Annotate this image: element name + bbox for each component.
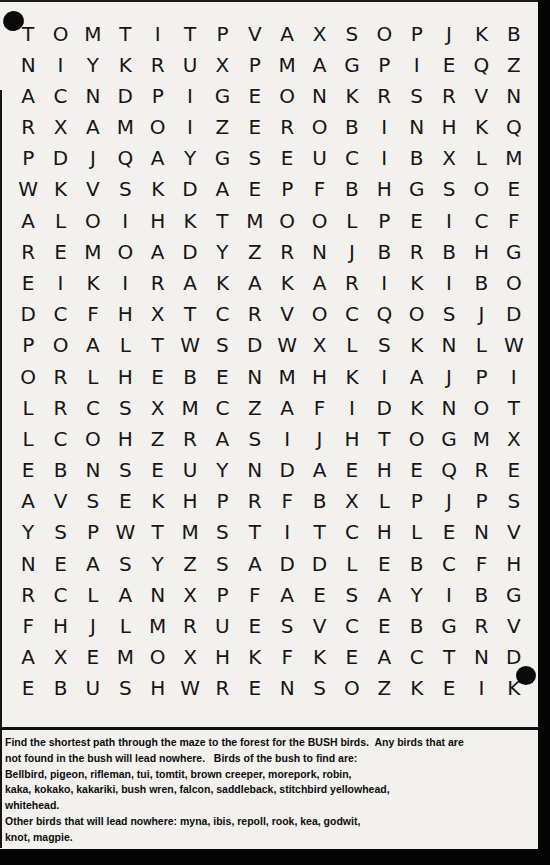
grid-cell-r9c2[interactable]: I <box>44 267 76 298</box>
grid-cell-r5c13[interactable]: B <box>401 143 433 174</box>
grid-cell-r8c2[interactable]: E <box>44 236 76 267</box>
grid-cell-r3c15[interactable]: V <box>465 80 497 111</box>
grid-cell-r14c12[interactable]: T <box>368 423 400 454</box>
grid-cell-r9c3[interactable]: K <box>77 267 109 298</box>
grid-cell-r17c7[interactable]: S <box>206 517 238 548</box>
grid-cell-r11c15[interactable]: L <box>465 330 497 361</box>
grid-cell-r3c7[interactable]: G <box>206 80 238 111</box>
grid-cell-r9c10[interactable]: A <box>303 267 335 298</box>
grid-cell-r12c8[interactable]: N <box>239 361 271 392</box>
grid-cell-r14c11[interactable]: H <box>336 423 368 454</box>
grid-cell-r4c4[interactable]: M <box>109 112 141 143</box>
grid-cell-r17c4[interactable]: W <box>109 517 141 548</box>
grid-cell-r15c5[interactable]: E <box>142 455 174 486</box>
grid-cell-r17c1[interactable]: Y <box>12 517 44 548</box>
grid-cell-r16c14[interactable]: J <box>433 486 465 517</box>
grid-cell-r2c1[interactable]: N <box>12 49 44 80</box>
grid-cell-r3c10[interactable]: N <box>303 80 335 111</box>
grid-cell-r16c10[interactable]: B <box>303 486 335 517</box>
grid-cell-r5c15[interactable]: L <box>465 143 497 174</box>
grid-cell-r17c12[interactable]: H <box>368 517 400 548</box>
grid-cell-r7c11[interactable]: L <box>336 205 368 236</box>
grid-cell-r19c15[interactable]: B <box>465 579 497 610</box>
grid-cell-r12c15[interactable]: P <box>465 361 497 392</box>
grid-cell-r6c4[interactable]: S <box>109 174 141 205</box>
grid-cell-r11c5[interactable]: T <box>142 330 174 361</box>
grid-cell-r11c1[interactable]: P <box>12 330 44 361</box>
grid-cell-r19c13[interactable]: Y <box>401 579 433 610</box>
grid-cell-r2c16[interactable]: Z <box>498 49 530 80</box>
grid-cell-r9c12[interactable]: I <box>368 267 400 298</box>
grid-cell-r18c15[interactable]: F <box>465 548 497 579</box>
grid-cell-r8c1[interactable]: R <box>12 236 44 267</box>
grid-cell-r15c8[interactable]: N <box>239 455 271 486</box>
grid-cell-r9c1[interactable]: E <box>12 267 44 298</box>
grid-cell-r2c11[interactable]: G <box>336 49 368 80</box>
grid-cell-r9c11[interactable]: R <box>336 267 368 298</box>
grid-cell-r2c12[interactable]: P <box>368 49 400 80</box>
grid-cell-r20c9[interactable]: S <box>271 610 303 641</box>
grid-cell-r16c11[interactable]: X <box>336 486 368 517</box>
grid-cell-r12c16[interactable]: I <box>498 361 530 392</box>
grid-cell-r1c4[interactable]: T <box>109 18 141 49</box>
grid-cell-r19c4[interactable]: A <box>109 579 141 610</box>
grid-cell-r1c15[interactable]: K <box>465 18 497 49</box>
grid-cell-r11c2[interactable]: O <box>44 330 76 361</box>
grid-cell-r10c14[interactable]: S <box>433 299 465 330</box>
grid-cell-r14c7[interactable]: A <box>206 423 238 454</box>
grid-cell-r13c8[interactable]: Z <box>239 392 271 423</box>
grid-cell-r9c15[interactable]: B <box>465 267 497 298</box>
grid-cell-r8c6[interactable]: D <box>174 236 206 267</box>
grid-cell-r14c15[interactable]: M <box>465 423 497 454</box>
grid-cell-r16c16[interactable]: S <box>498 486 530 517</box>
grid-cell-r12c14[interactable]: J <box>433 361 465 392</box>
grid-cell-r7c1[interactable]: A <box>12 205 44 236</box>
grid-cell-r20c10[interactable]: V <box>303 610 335 641</box>
grid-cell-r9c5[interactable]: R <box>142 267 174 298</box>
grid-cell-r22c13[interactable]: K <box>401 673 433 704</box>
grid-cell-r13c11[interactable]: I <box>336 392 368 423</box>
grid-cell-r21c4[interactable]: M <box>109 642 141 673</box>
grid-cell-r19c10[interactable]: E <box>303 579 335 610</box>
grid-cell-r11c10[interactable]: X <box>303 330 335 361</box>
grid-cell-r18c5[interactable]: Y <box>142 548 174 579</box>
grid-cell-r10c11[interactable]: C <box>336 299 368 330</box>
grid-cell-r10c7[interactable]: C <box>206 299 238 330</box>
grid-cell-r20c15[interactable]: R <box>465 610 497 641</box>
grid-cell-r18c8[interactable]: A <box>239 548 271 579</box>
grid-cell-r22c4[interactable]: S <box>109 673 141 704</box>
grid-cell-r17c5[interactable]: T <box>142 517 174 548</box>
grid-cell-r5c10[interactable]: U <box>303 143 335 174</box>
grid-cell-r9c13[interactable]: K <box>401 267 433 298</box>
grid-cell-r18c10[interactable]: D <box>303 548 335 579</box>
grid-cell-r18c3[interactable]: A <box>77 548 109 579</box>
grid-cell-r19c6[interactable]: X <box>174 579 206 610</box>
grid-cell-r4c5[interactable]: O <box>142 112 174 143</box>
grid-cell-r19c7[interactable]: P <box>206 579 238 610</box>
grid-cell-r3c4[interactable]: D <box>109 80 141 111</box>
grid-cell-r22c1[interactable]: E <box>12 673 44 704</box>
grid-cell-r12c12[interactable]: I <box>368 361 400 392</box>
grid-cell-r6c13[interactable]: G <box>401 174 433 205</box>
grid-cell-r9c16[interactable]: O <box>498 267 530 298</box>
grid-cell-r13c12[interactable]: D <box>368 392 400 423</box>
grid-cell-r15c1[interactable]: E <box>12 455 44 486</box>
grid-cell-r20c7[interactable]: U <box>206 610 238 641</box>
grid-cell-r15c2[interactable]: B <box>44 455 76 486</box>
grid-cell-r2c13[interactable]: I <box>401 49 433 80</box>
grid-cell-r21c16[interactable]: D <box>498 642 530 673</box>
grid-cell-r22c16[interactable]: K <box>498 673 530 704</box>
grid-cell-r6c3[interactable]: V <box>77 174 109 205</box>
grid-cell-r14c3[interactable]: O <box>77 423 109 454</box>
grid-cell-r8c10[interactable]: N <box>303 236 335 267</box>
grid-cell-r20c1[interactable]: F <box>12 610 44 641</box>
grid-cell-r22c9[interactable]: N <box>271 673 303 704</box>
grid-cell-r18c9[interactable]: D <box>271 548 303 579</box>
grid-cell-r3c9[interactable]: O <box>271 80 303 111</box>
grid-cell-r7c8[interactable]: M <box>239 205 271 236</box>
grid-cell-r6c12[interactable]: H <box>368 174 400 205</box>
grid-cell-r18c7[interactable]: S <box>206 548 238 579</box>
grid-cell-r19c2[interactable]: C <box>44 579 76 610</box>
grid-cell-r7c12[interactable]: P <box>368 205 400 236</box>
grid-cell-r16c5[interactable]: K <box>142 486 174 517</box>
grid-cell-r5c11[interactable]: C <box>336 143 368 174</box>
grid-cell-r6c9[interactable]: P <box>271 174 303 205</box>
grid-cell-r13c13[interactable]: K <box>401 392 433 423</box>
grid-cell-r6c5[interactable]: K <box>142 174 174 205</box>
grid-cell-r4c12[interactable]: I <box>368 112 400 143</box>
grid-cell-r7c14[interactable]: I <box>433 205 465 236</box>
grid-cell-r12c7[interactable]: E <box>206 361 238 392</box>
grid-cell-r22c10[interactable]: S <box>303 673 335 704</box>
grid-cell-r15c4[interactable]: S <box>109 455 141 486</box>
grid-cell-r12c10[interactable]: H <box>303 361 335 392</box>
grid-cell-r9c8[interactable]: A <box>239 267 271 298</box>
grid-cell-r18c4[interactable]: S <box>109 548 141 579</box>
grid-cell-r5c7[interactable]: G <box>206 143 238 174</box>
grid-cell-r9c7[interactable]: K <box>206 267 238 298</box>
grid-cell-r15c7[interactable]: Y <box>206 455 238 486</box>
grid-cell-r8c7[interactable]: Y <box>206 236 238 267</box>
grid-cell-r6c15[interactable]: O <box>465 174 497 205</box>
grid-cell-r20c8[interactable]: E <box>239 610 271 641</box>
grid-cell-r5c2[interactable]: D <box>44 143 76 174</box>
grid-cell-r3c6[interactable]: I <box>174 80 206 111</box>
grid-cell-r21c2[interactable]: X <box>44 642 76 673</box>
grid-cell-r14c14[interactable]: G <box>433 423 465 454</box>
grid-cell-r11c13[interactable]: K <box>401 330 433 361</box>
grid-cell-r13c6[interactable]: M <box>174 392 206 423</box>
grid-cell-r15c6[interactable]: U <box>174 455 206 486</box>
grid-cell-r10c8[interactable]: R <box>239 299 271 330</box>
grid-cell-r21c7[interactable]: H <box>206 642 238 673</box>
grid-cell-r8c15[interactable]: H <box>465 236 497 267</box>
grid-cell-r20c5[interactable]: M <box>142 610 174 641</box>
grid-cell-r15c12[interactable]: H <box>368 455 400 486</box>
grid-cell-r11c3[interactable]: A <box>77 330 109 361</box>
grid-cell-r12c9[interactable]: M <box>271 361 303 392</box>
grid-cell-r6c7[interactable]: A <box>206 174 238 205</box>
grid-cell-r8c3[interactable]: M <box>77 236 109 267</box>
grid-cell-r10c4[interactable]: H <box>109 299 141 330</box>
grid-cell-r3c12[interactable]: R <box>368 80 400 111</box>
grid-cell-r10c2[interactable]: C <box>44 299 76 330</box>
grid-cell-r22c6[interactable]: W <box>174 673 206 704</box>
grid-cell-r7c3[interactable]: O <box>77 205 109 236</box>
grid-cell-r4c3[interactable]: A <box>77 112 109 143</box>
grid-cell-r2c3[interactable]: Y <box>77 49 109 80</box>
grid-cell-r21c13[interactable]: C <box>401 642 433 673</box>
grid-cell-r1c6[interactable]: T <box>174 18 206 49</box>
grid-cell-r4c11[interactable]: B <box>336 112 368 143</box>
grid-cell-r1c5[interactable]: I <box>142 18 174 49</box>
grid-cell-r21c14[interactable]: T <box>433 642 465 673</box>
grid-cell-r19c3[interactable]: L <box>77 579 109 610</box>
grid-cell-r2c14[interactable]: E <box>433 49 465 80</box>
grid-cell-r6c11[interactable]: B <box>336 174 368 205</box>
grid-cell-r17c9[interactable]: I <box>271 517 303 548</box>
grid-cell-r17c2[interactable]: S <box>44 517 76 548</box>
grid-cell-r9c6[interactable]: A <box>174 267 206 298</box>
grid-cell-r1c11[interactable]: S <box>336 18 368 49</box>
grid-cell-r1c2[interactable]: O <box>44 18 76 49</box>
grid-cell-r5c4[interactable]: Q <box>109 143 141 174</box>
grid-cell-r7c10[interactable]: O <box>303 205 335 236</box>
grid-cell-r19c1[interactable]: R <box>12 579 44 610</box>
grid-cell-r8c13[interactable]: R <box>401 236 433 267</box>
grid-cell-r16c4[interactable]: E <box>109 486 141 517</box>
grid-cell-r17c14[interactable]: E <box>433 517 465 548</box>
grid-cell-r7c6[interactable]: K <box>174 205 206 236</box>
grid-cell-r15c3[interactable]: N <box>77 455 109 486</box>
grid-cell-r13c3[interactable]: C <box>77 392 109 423</box>
grid-cell-r11c4[interactable]: L <box>109 330 141 361</box>
grid-cell-r11c7[interactable]: S <box>206 330 238 361</box>
grid-cell-r7c13[interactable]: E <box>401 205 433 236</box>
grid-cell-r16c7[interactable]: P <box>206 486 238 517</box>
grid-cell-r21c11[interactable]: E <box>336 642 368 673</box>
grid-cell-r9c14[interactable]: I <box>433 267 465 298</box>
grid-cell-r17c3[interactable]: P <box>77 517 109 548</box>
grid-cell-r8c12[interactable]: B <box>368 236 400 267</box>
grid-cell-r12c6[interactable]: B <box>174 361 206 392</box>
grid-cell-r6c14[interactable]: S <box>433 174 465 205</box>
grid-cell-r14c1[interactable]: L <box>12 423 44 454</box>
grid-cell-r10c3[interactable]: F <box>77 299 109 330</box>
grid-cell-r14c5[interactable]: Z <box>142 423 174 454</box>
grid-cell-r21c10[interactable]: K <box>303 642 335 673</box>
grid-cell-r4c8[interactable]: E <box>239 112 271 143</box>
grid-cell-r21c9[interactable]: F <box>271 642 303 673</box>
grid-cell-r12c4[interactable]: H <box>109 361 141 392</box>
grid-cell-r9c9[interactable]: K <box>271 267 303 298</box>
grid-cell-r11c16[interactable]: W <box>498 330 530 361</box>
grid-cell-r22c5[interactable]: H <box>142 673 174 704</box>
grid-cell-r3c14[interactable]: R <box>433 80 465 111</box>
grid-cell-r5c12[interactable]: I <box>368 143 400 174</box>
grid-cell-r15c11[interactable]: E <box>336 455 368 486</box>
grid-cell-r3c11[interactable]: K <box>336 80 368 111</box>
grid-cell-r20c11[interactable]: C <box>336 610 368 641</box>
grid-cell-r3c2[interactable]: C <box>44 80 76 111</box>
grid-cell-r6c2[interactable]: K <box>44 174 76 205</box>
grid-cell-r19c11[interactable]: S <box>336 579 368 610</box>
grid-cell-r1c10[interactable]: X <box>303 18 335 49</box>
grid-cell-r1c13[interactable]: P <box>401 18 433 49</box>
grid-cell-r12c13[interactable]: A <box>401 361 433 392</box>
grid-cell-r15c13[interactable]: E <box>401 455 433 486</box>
grid-cell-r16c2[interactable]: V <box>44 486 76 517</box>
grid-cell-r13c1[interactable]: L <box>12 392 44 423</box>
grid-cell-r2c6[interactable]: U <box>174 49 206 80</box>
grid-cell-r20c3[interactable]: J <box>77 610 109 641</box>
grid-cell-r13c5[interactable]: X <box>142 392 174 423</box>
grid-cell-r7c5[interactable]: H <box>142 205 174 236</box>
grid-cell-r18c16[interactable]: H <box>498 548 530 579</box>
grid-cell-r20c6[interactable]: R <box>174 610 206 641</box>
grid-cell-r1c14[interactable]: J <box>433 18 465 49</box>
grid-cell-r3c13[interactable]: S <box>401 80 433 111</box>
grid-cell-r3c3[interactable]: N <box>77 80 109 111</box>
grid-cell-r16c13[interactable]: P <box>401 486 433 517</box>
grid-cell-r14c13[interactable]: O <box>401 423 433 454</box>
grid-cell-r16c6[interactable]: H <box>174 486 206 517</box>
grid-cell-r8c11[interactable]: J <box>336 236 368 267</box>
grid-cell-r13c9[interactable]: A <box>271 392 303 423</box>
grid-cell-r7c16[interactable]: F <box>498 205 530 236</box>
grid-cell-r16c3[interactable]: S <box>77 486 109 517</box>
grid-cell-r13c16[interactable]: T <box>498 392 530 423</box>
grid-cell-r10c6[interactable]: T <box>174 299 206 330</box>
grid-cell-r19c9[interactable]: A <box>271 579 303 610</box>
grid-cell-r4c13[interactable]: N <box>401 112 433 143</box>
grid-cell-r15c14[interactable]: Q <box>433 455 465 486</box>
grid-cell-r5c8[interactable]: S <box>239 143 271 174</box>
grid-cell-r1c9[interactable]: A <box>271 18 303 49</box>
grid-cell-r17c13[interactable]: L <box>401 517 433 548</box>
grid-cell-r5c16[interactable]: M <box>498 143 530 174</box>
grid-cell-r11c14[interactable]: N <box>433 330 465 361</box>
grid-cell-r18c1[interactable]: N <box>12 548 44 579</box>
grid-cell-r22c15[interactable]: I <box>465 673 497 704</box>
grid-cell-r21c3[interactable]: E <box>77 642 109 673</box>
grid-cell-r12c3[interactable]: L <box>77 361 109 392</box>
grid-cell-r8c4[interactable]: O <box>109 236 141 267</box>
grid-cell-r18c12[interactable]: E <box>368 548 400 579</box>
grid-cell-r4c2[interactable]: X <box>44 112 76 143</box>
grid-cell-r4c1[interactable]: R <box>12 112 44 143</box>
grid-cell-r14c4[interactable]: H <box>109 423 141 454</box>
grid-cell-r12c5[interactable]: E <box>142 361 174 392</box>
grid-cell-r2c4[interactable]: K <box>109 49 141 80</box>
grid-cell-r5c5[interactable]: A <box>142 143 174 174</box>
grid-cell-r8c9[interactable]: R <box>271 236 303 267</box>
grid-cell-r16c15[interactable]: P <box>465 486 497 517</box>
grid-cell-r10c13[interactable]: O <box>401 299 433 330</box>
grid-cell-r20c14[interactable]: G <box>433 610 465 641</box>
grid-cell-r11c8[interactable]: D <box>239 330 271 361</box>
grid-cell-r14c8[interactable]: S <box>239 423 271 454</box>
grid-cell-r18c13[interactable]: B <box>401 548 433 579</box>
grid-cell-r17c11[interactable]: C <box>336 517 368 548</box>
grid-cell-r1c16[interactable]: B <box>498 18 530 49</box>
grid-cell-r19c16[interactable]: G <box>498 579 530 610</box>
grid-cell-r1c8[interactable]: V <box>239 18 271 49</box>
grid-cell-r6c10[interactable]: F <box>303 174 335 205</box>
grid-cell-r3c1[interactable]: A <box>12 80 44 111</box>
grid-cell-r21c6[interactable]: X <box>174 642 206 673</box>
grid-cell-r2c9[interactable]: M <box>271 49 303 80</box>
grid-cell-r21c5[interactable]: O <box>142 642 174 673</box>
grid-cell-r5c14[interactable]: X <box>433 143 465 174</box>
grid-cell-r15c10[interactable]: A <box>303 455 335 486</box>
grid-cell-r1c7[interactable]: P <box>206 18 238 49</box>
grid-cell-r19c5[interactable]: N <box>142 579 174 610</box>
grid-cell-r4c15[interactable]: K <box>465 112 497 143</box>
grid-cell-r19c8[interactable]: F <box>239 579 271 610</box>
grid-cell-r7c2[interactable]: L <box>44 205 76 236</box>
grid-cell-r1c3[interactable]: M <box>77 18 109 49</box>
grid-cell-r9c4[interactable]: I <box>109 267 141 298</box>
grid-cell-r21c12[interactable]: A <box>368 642 400 673</box>
grid-cell-r10c9[interactable]: V <box>271 299 303 330</box>
grid-cell-r22c11[interactable]: O <box>336 673 368 704</box>
grid-cell-r16c12[interactable]: L <box>368 486 400 517</box>
grid-cell-r2c7[interactable]: X <box>206 49 238 80</box>
grid-cell-r10c16[interactable]: D <box>498 299 530 330</box>
grid-cell-r7c15[interactable]: C <box>465 205 497 236</box>
grid-cell-r6c16[interactable]: E <box>498 174 530 205</box>
grid-cell-r11c12[interactable]: S <box>368 330 400 361</box>
grid-cell-r22c14[interactable]: E <box>433 673 465 704</box>
grid-cell-r22c2[interactable]: B <box>44 673 76 704</box>
grid-cell-r12c11[interactable]: K <box>336 361 368 392</box>
grid-cell-r20c4[interactable]: L <box>109 610 141 641</box>
grid-cell-r21c8[interactable]: K <box>239 642 271 673</box>
grid-cell-r10c12[interactable]: Q <box>368 299 400 330</box>
grid-cell-r18c11[interactable]: L <box>336 548 368 579</box>
grid-cell-r13c2[interactable]: R <box>44 392 76 423</box>
grid-cell-r2c2[interactable]: I <box>44 49 76 80</box>
grid-cell-r20c13[interactable]: B <box>401 610 433 641</box>
grid-cell-r17c8[interactable]: T <box>239 517 271 548</box>
grid-cell-r22c3[interactable]: U <box>77 673 109 704</box>
grid-cell-r20c2[interactable]: H <box>44 610 76 641</box>
grid-cell-r4c10[interactable]: O <box>303 112 335 143</box>
grid-cell-r1c1[interactable]: T <box>12 18 44 49</box>
grid-cell-r10c10[interactable]: O <box>303 299 335 330</box>
grid-cell-r4c16[interactable]: Q <box>498 112 530 143</box>
grid-cell-r15c16[interactable]: E <box>498 455 530 486</box>
grid-cell-r13c14[interactable]: N <box>433 392 465 423</box>
grid-cell-r12c1[interactable]: O <box>12 361 44 392</box>
grid-cell-r6c6[interactable]: D <box>174 174 206 205</box>
grid-cell-r4c14[interactable]: H <box>433 112 465 143</box>
grid-cell-r20c16[interactable]: V <box>498 610 530 641</box>
grid-cell-r17c16[interactable]: V <box>498 517 530 548</box>
grid-cell-r10c15[interactable]: J <box>465 299 497 330</box>
grid-cell-r14c10[interactable]: J <box>303 423 335 454</box>
grid-cell-r17c15[interactable]: N <box>465 517 497 548</box>
grid-cell-r2c8[interactable]: P <box>239 49 271 80</box>
grid-cell-r15c15[interactable]: R <box>465 455 497 486</box>
grid-cell-r8c14[interactable]: B <box>433 236 465 267</box>
grid-cell-r13c15[interactable]: O <box>465 392 497 423</box>
